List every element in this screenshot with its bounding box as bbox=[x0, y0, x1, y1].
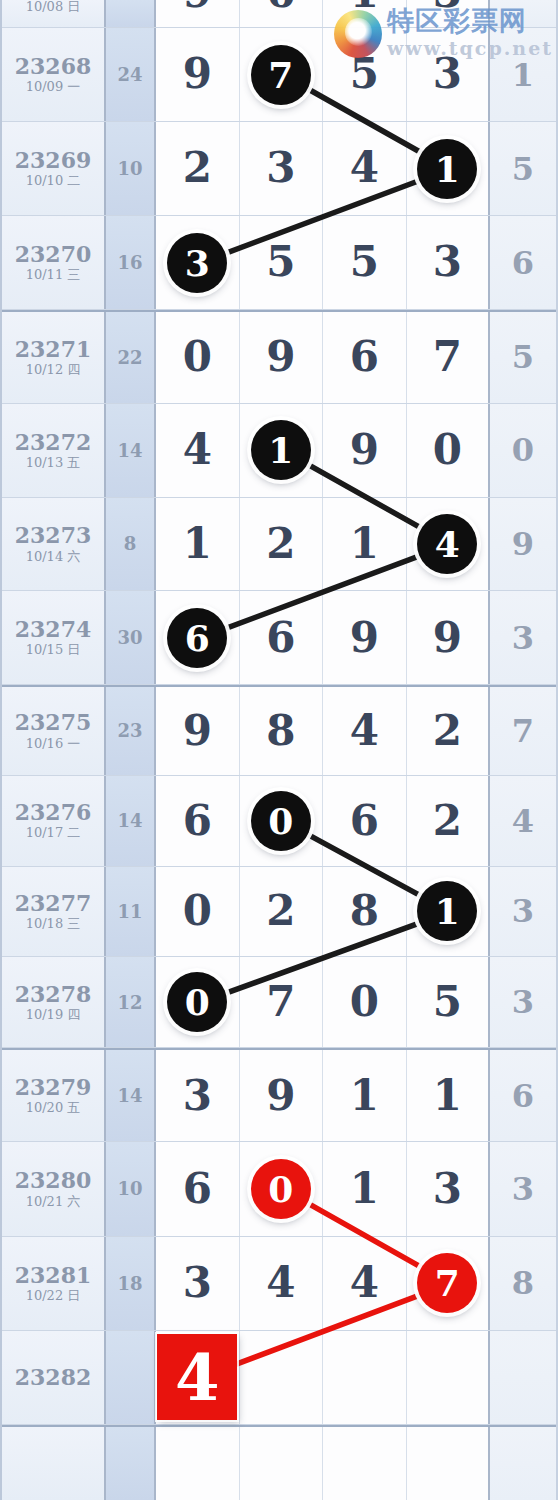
period-cell: 2327610/17 二 bbox=[2, 776, 106, 866]
extra-digit-cell: 5 bbox=[490, 122, 556, 215]
draw-digit: 9 bbox=[183, 708, 212, 754]
black-circle-digit: 0 bbox=[167, 972, 227, 1032]
draw-digit: 3 bbox=[433, 239, 462, 285]
draw-digit: 9 bbox=[350, 615, 379, 661]
draw-date: 10/16 一 bbox=[26, 736, 81, 752]
count-cell: 8 bbox=[106, 498, 156, 591]
digit-cell: 0 bbox=[240, 776, 324, 866]
digit-cell: 2 bbox=[407, 687, 491, 775]
draw-digit: 2 bbox=[183, 145, 212, 191]
count-cell bbox=[106, 1427, 156, 1500]
extra-digit: 3 bbox=[512, 1170, 534, 1208]
period-cell: 2327910/20 五 bbox=[2, 1050, 106, 1141]
draw-date: 10/13 五 bbox=[26, 455, 81, 471]
digit-cell: 9 bbox=[156, 0, 240, 27]
black-circle-digit: 7 bbox=[251, 45, 311, 105]
digit-cell bbox=[240, 1427, 324, 1500]
extra-digit-cell bbox=[490, 1331, 556, 1424]
count-cell bbox=[106, 0, 156, 27]
digit-cell: 2 bbox=[240, 498, 324, 591]
period-cell: 2327510/16 一 bbox=[2, 687, 106, 775]
extra-digit-cell: 3 bbox=[490, 957, 556, 1047]
draw-date: 10/10 二 bbox=[26, 173, 81, 189]
draw-digit: 6 bbox=[240, 0, 323, 16]
draw-digit: 3 bbox=[183, 1073, 212, 1119]
draw-date: 10/18 三 bbox=[26, 916, 81, 932]
digit-cell: 4 bbox=[323, 122, 407, 215]
digit-cell: 9 bbox=[407, 591, 491, 684]
count-cell: 11 bbox=[106, 867, 156, 957]
digit-cell: 4 bbox=[407, 498, 491, 591]
period-cell bbox=[2, 1427, 106, 1500]
draw-digit: 2 bbox=[266, 888, 295, 934]
extra-digit: 4 bbox=[512, 802, 534, 840]
digit-cell: 6 bbox=[323, 776, 407, 866]
draw-date: 10/08 日 bbox=[2, 0, 104, 15]
period-cell: 2327010/11 三 bbox=[2, 216, 106, 309]
draw-row-23276: 2327610/17 二1460624 bbox=[2, 776, 556, 867]
draw-digit: 9 bbox=[350, 427, 379, 473]
draw-row-23278: 2327810/19 四1207053 bbox=[2, 957, 556, 1048]
extra-digit-cell: 0 bbox=[490, 404, 556, 497]
draw-date: 10/15 日 bbox=[26, 642, 81, 658]
count-cell: 23 bbox=[106, 687, 156, 775]
site-name: 特区彩票网 bbox=[387, 7, 553, 35]
site-watermark: 特区彩票网 www.tqcp.net bbox=[334, 7, 553, 59]
count-cell: 12 bbox=[106, 957, 156, 1047]
extra-digit: 9 bbox=[512, 525, 534, 563]
count-cell: 14 bbox=[106, 404, 156, 497]
period-cell: 2327310/14 六 bbox=[2, 498, 106, 591]
site-logo-icon bbox=[334, 10, 382, 58]
digit-cell bbox=[323, 1331, 407, 1424]
digit-cell: 4 bbox=[240, 1237, 324, 1330]
extra-digit: 6 bbox=[512, 244, 534, 282]
digit-cell bbox=[407, 1331, 491, 1424]
digit-cell: 0 bbox=[156, 867, 240, 957]
digit-cell: 1 bbox=[407, 867, 491, 957]
digit-cell: 1 bbox=[323, 1050, 407, 1141]
digit-cell: 0 bbox=[156, 957, 240, 1047]
draw-digit: 1 bbox=[350, 1166, 379, 1212]
draw-row-23279: 2327910/20 五1439116 bbox=[2, 1048, 556, 1142]
digit-cell: 5 bbox=[240, 216, 324, 309]
draw-digit: 5 bbox=[350, 239, 379, 285]
black-circle-digit: 4 bbox=[417, 514, 477, 574]
count-cell: 14 bbox=[106, 1050, 156, 1141]
black-circle-digit: 0 bbox=[251, 791, 311, 851]
period-number: 23274 bbox=[15, 617, 92, 642]
extra-digit-cell: 3 bbox=[490, 591, 556, 684]
period-number: 23282 bbox=[15, 1365, 92, 1390]
draw-date: 10/14 六 bbox=[26, 549, 81, 565]
extra-digit: 7 bbox=[512, 712, 534, 750]
period-cell: 2326810/09 一 bbox=[2, 28, 106, 121]
black-circle-digit: 3 bbox=[167, 233, 227, 293]
draw-row-23280: 2328010/21 六1060133 bbox=[2, 1142, 556, 1236]
black-circle-digit: 1 bbox=[417, 881, 477, 941]
draw-date: 10/20 五 bbox=[26, 1100, 81, 1116]
draw-digit: 0 bbox=[183, 334, 212, 380]
red-circle-digit: 0 bbox=[251, 1159, 311, 1219]
digit-cell: 7 bbox=[407, 312, 491, 403]
draw-row-23277: 2327710/18 三1102813 bbox=[2, 867, 556, 958]
digit-cell: 9 bbox=[323, 591, 407, 684]
draw-digit: 9 bbox=[266, 1073, 295, 1119]
digit-cell: 1 bbox=[407, 122, 491, 215]
draw-date: 10/17 二 bbox=[26, 825, 81, 841]
draw-digit: 1 bbox=[350, 521, 379, 567]
draw-date: 10/12 四 bbox=[26, 362, 81, 378]
draw-digit: 4 bbox=[350, 708, 379, 754]
digit-cell: 9 bbox=[323, 404, 407, 497]
extra-digit: 3 bbox=[512, 983, 534, 1021]
extra-digit: 6 bbox=[512, 1077, 534, 1115]
digit-cell bbox=[156, 1427, 240, 1500]
chart-rows: 10/08 日96132326810/09 一24975312326910/10… bbox=[2, 0, 556, 1500]
draw-digit: 9 bbox=[156, 0, 239, 16]
period-cell: 2328010/21 六 bbox=[2, 1142, 106, 1235]
count-cell: 10 bbox=[106, 1142, 156, 1235]
period-number: 23279 bbox=[15, 1075, 92, 1100]
period-cell: 2327210/13 五 bbox=[2, 404, 106, 497]
draw-row-23270: 2327010/11 三1635536 bbox=[2, 216, 556, 310]
extra-digit: 3 bbox=[512, 892, 534, 930]
count-cell bbox=[106, 1331, 156, 1424]
digit-cell: 4 bbox=[323, 687, 407, 775]
digit-cell: 3 bbox=[156, 216, 240, 309]
draw-digit: 0 bbox=[433, 427, 462, 473]
draw-digit: 9 bbox=[433, 615, 462, 661]
draw-digit: 7 bbox=[266, 979, 295, 1025]
draw-row-23275: 2327510/16 一2398427 bbox=[2, 685, 556, 776]
draw-date: 10/21 六 bbox=[26, 1194, 81, 1210]
digit-cell: 2 bbox=[156, 122, 240, 215]
count-cell: 22 bbox=[106, 312, 156, 403]
digit-cell: 2 bbox=[407, 776, 491, 866]
period-number: 23275 bbox=[15, 710, 92, 735]
digit-cell: 9 bbox=[156, 28, 240, 121]
draw-date: 10/11 三 bbox=[26, 267, 81, 283]
draw-digit: 2 bbox=[266, 521, 295, 567]
extra-digit-cell: 3 bbox=[490, 1142, 556, 1235]
site-url: www.tqcp.net bbox=[387, 37, 553, 59]
digit-cell: 1 bbox=[156, 498, 240, 591]
black-circle-digit: 1 bbox=[417, 139, 477, 199]
draw-digit: 8 bbox=[350, 888, 379, 934]
period-cell: 2326910/10 二 bbox=[2, 122, 106, 215]
digit-cell: 6 bbox=[240, 0, 324, 27]
draw-digit: 3 bbox=[183, 1260, 212, 1306]
count-cell: 18 bbox=[106, 1237, 156, 1330]
digit-cell: 9 bbox=[240, 312, 324, 403]
black-circle-digit: 1 bbox=[251, 420, 311, 480]
draw-digit: 5 bbox=[433, 979, 462, 1025]
draw-digit: 0 bbox=[350, 979, 379, 1025]
draw-row-23282: 232824 bbox=[2, 1331, 556, 1425]
digit-cell: 6 bbox=[156, 591, 240, 684]
extra-digit-cell: 7 bbox=[490, 687, 556, 775]
digit-cell: 6 bbox=[240, 591, 324, 684]
draw-digit: 6 bbox=[350, 798, 379, 844]
period-number: 23278 bbox=[15, 982, 92, 1007]
count-cell: 30 bbox=[106, 591, 156, 684]
extra-digit-cell: 4 bbox=[490, 776, 556, 866]
digit-cell: 5 bbox=[323, 216, 407, 309]
digit-cell: 3 bbox=[156, 1237, 240, 1330]
extra-digit-cell: 5 bbox=[490, 312, 556, 403]
draw-digit: 0 bbox=[183, 888, 212, 934]
draw-row-23271: 2327110/12 四2209675 bbox=[2, 310, 556, 404]
digit-cell: 1 bbox=[323, 498, 407, 591]
digit-cell: 3 bbox=[240, 122, 324, 215]
period-number: 23277 bbox=[15, 891, 92, 916]
digit-cell: 4 bbox=[323, 1237, 407, 1330]
draw-row-23274: 2327410/15 日3066993 bbox=[2, 591, 556, 685]
extra-digit-cell: 6 bbox=[490, 1050, 556, 1141]
digit-cell: 3 bbox=[407, 216, 491, 309]
period-number: 23276 bbox=[15, 800, 92, 825]
draw-digit: 6 bbox=[183, 798, 212, 844]
extra-digit-cell bbox=[490, 1427, 556, 1500]
draw-row-23269: 2326910/10 二1023415 bbox=[2, 122, 556, 216]
draw-digit: 3 bbox=[266, 145, 295, 191]
extra-digit: 5 bbox=[512, 150, 534, 188]
draw-digit: 4 bbox=[350, 1260, 379, 1306]
digit-cell: 3 bbox=[407, 1142, 491, 1235]
draw-digit: 3 bbox=[433, 1166, 462, 1212]
draw-digit: 4 bbox=[266, 1260, 295, 1306]
predicted-digit-square: 4 bbox=[157, 1334, 237, 1420]
draw-digit: 9 bbox=[266, 334, 295, 380]
period-number: 23268 bbox=[15, 54, 92, 79]
draw-row-23281: 2328110/22 日1834478 bbox=[2, 1237, 556, 1331]
digit-cell: 1 bbox=[240, 404, 324, 497]
digit-cell: 4 bbox=[156, 404, 240, 497]
draw-digit: 6 bbox=[350, 334, 379, 380]
extra-digit-cell: 9 bbox=[490, 498, 556, 591]
period-number: 23270 bbox=[15, 242, 92, 267]
draw-date: 10/09 一 bbox=[26, 79, 81, 95]
draw-digit: 1 bbox=[350, 1073, 379, 1119]
count-cell: 14 bbox=[106, 776, 156, 866]
extra-digit: 1 bbox=[512, 56, 534, 94]
period-cell: 10/08 日 bbox=[2, 0, 106, 27]
period-number: 23272 bbox=[15, 430, 92, 455]
period-cell: 2327410/15 日 bbox=[2, 591, 106, 684]
digit-cell: 6 bbox=[156, 1142, 240, 1235]
digit-cell: 9 bbox=[156, 687, 240, 775]
extra-digit: 5 bbox=[512, 338, 534, 376]
extra-digit: 8 bbox=[512, 1264, 534, 1302]
draw-digit: 4 bbox=[350, 145, 379, 191]
draw-row-23272: 2327210/13 五1441900 bbox=[2, 404, 556, 498]
digit-cell: 7 bbox=[240, 28, 324, 121]
digit-cell: 5 bbox=[407, 957, 491, 1047]
digit-cell: 8 bbox=[240, 687, 324, 775]
lottery-trend-chart: 10/08 日96132326810/09 一24975312326910/10… bbox=[0, 0, 558, 1500]
period-number: 23273 bbox=[15, 523, 92, 548]
count-cell: 16 bbox=[106, 216, 156, 309]
draw-date: 10/22 日 bbox=[26, 1288, 81, 1304]
digit-cell: 3 bbox=[156, 1050, 240, 1141]
draw-digit: 1 bbox=[433, 1073, 462, 1119]
period-number: 23280 bbox=[15, 1168, 92, 1193]
count-cell: 10 bbox=[106, 122, 156, 215]
draw-digit: 6 bbox=[183, 1166, 212, 1212]
digit-cell: 0 bbox=[323, 957, 407, 1047]
draw-digit: 5 bbox=[266, 239, 295, 285]
digit-cell bbox=[240, 1331, 324, 1424]
digit-cell: 6 bbox=[323, 312, 407, 403]
draw-digit: 4 bbox=[183, 427, 212, 473]
draw-digit: 9 bbox=[183, 51, 212, 97]
digit-cell: 4 bbox=[156, 1331, 240, 1424]
draw-date: 10/19 四 bbox=[26, 1007, 81, 1023]
draw-digit: 6 bbox=[266, 615, 295, 661]
count-cell: 24 bbox=[106, 28, 156, 121]
digit-cell: 0 bbox=[407, 404, 491, 497]
draw-digit: 7 bbox=[433, 334, 462, 380]
extra-digit-cell: 8 bbox=[490, 1237, 556, 1330]
digit-cell: 9 bbox=[240, 1050, 324, 1141]
digit-cell: 2 bbox=[240, 867, 324, 957]
period-cell: 23282 bbox=[2, 1331, 106, 1424]
period-number: 23271 bbox=[15, 337, 92, 362]
period-number: 23281 bbox=[15, 1263, 92, 1288]
black-circle-digit: 6 bbox=[167, 608, 227, 668]
digit-cell: 8 bbox=[323, 867, 407, 957]
period-cell: 2327110/12 四 bbox=[2, 312, 106, 403]
period-cell: 2328110/22 日 bbox=[2, 1237, 106, 1330]
draw-digit: 1 bbox=[183, 521, 212, 567]
period-number: 23269 bbox=[15, 148, 92, 173]
draw-row bbox=[2, 1425, 556, 1500]
digit-cell: 1 bbox=[407, 1050, 491, 1141]
digit-cell: 6 bbox=[156, 776, 240, 866]
period-cell: 2327810/19 四 bbox=[2, 957, 106, 1047]
extra-digit-cell: 3 bbox=[490, 867, 556, 957]
draw-digit: 2 bbox=[433, 708, 462, 754]
digit-cell: 0 bbox=[156, 312, 240, 403]
digit-cell bbox=[407, 1427, 491, 1500]
draw-digit: 2 bbox=[433, 798, 462, 844]
draw-row-23273: 2327310/14 六812149 bbox=[2, 498, 556, 592]
draw-digit: 8 bbox=[266, 708, 295, 754]
extra-digit: 0 bbox=[512, 431, 534, 469]
digit-cell: 1 bbox=[323, 1142, 407, 1235]
digit-cell bbox=[323, 1427, 407, 1500]
red-circle-digit: 7 bbox=[417, 1253, 477, 1313]
digit-cell: 7 bbox=[407, 1237, 491, 1330]
digit-cell: 0 bbox=[240, 1142, 324, 1235]
extra-digit: 3 bbox=[512, 619, 534, 657]
extra-digit-cell: 6 bbox=[490, 216, 556, 309]
digit-cell: 7 bbox=[240, 957, 324, 1047]
period-cell: 2327710/18 三 bbox=[2, 867, 106, 957]
